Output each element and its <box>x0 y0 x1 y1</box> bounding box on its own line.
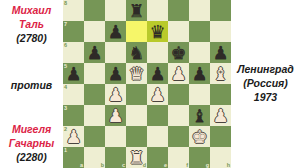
player-bottom-first-name: Мигеля <box>0 122 63 136</box>
square-g6[interactable] <box>189 42 210 63</box>
square-h6[interactable]: ♟ <box>210 42 231 63</box>
square-g7[interactable] <box>189 21 210 42</box>
square-c4[interactable]: ♟ <box>105 84 126 105</box>
square-e1[interactable]: e <box>147 147 168 168</box>
square-a5[interactable]: 5♟ <box>63 63 84 84</box>
square-a8[interactable]: 8 <box>63 0 84 21</box>
file-label-a: a <box>80 162 83 168</box>
event-city: Ленинград <box>231 62 300 76</box>
square-a6[interactable]: 6 <box>63 42 84 63</box>
black-knight: ♞ <box>126 42 147 63</box>
white-king: ♚ <box>189 126 210 147</box>
square-e5[interactable]: ♟ <box>147 63 168 84</box>
square-d8[interactable]: ♜ <box>126 0 147 21</box>
square-a1[interactable]: 1a <box>63 147 84 168</box>
square-d6[interactable]: ♞ <box>126 42 147 63</box>
square-e3[interactable] <box>147 105 168 126</box>
square-g2[interactable]: ♚ <box>189 126 210 147</box>
square-a4[interactable]: 4 <box>63 84 84 105</box>
square-f7[interactable] <box>168 21 189 42</box>
player-bottom: Мигеля Гачарны (2280) <box>0 122 63 164</box>
chess-board[interactable]: 8♜7♟♛6♟♞♚♟5♟♟♛♟♟♟♝4♟♟3♟♝♟2♟♚1abcd♜efgh <box>63 0 231 168</box>
white-pawn: ♟ <box>105 84 126 105</box>
square-h2[interactable] <box>210 126 231 147</box>
square-g8[interactable] <box>189 0 210 21</box>
player-top-rating: (2780) <box>0 31 63 45</box>
event-panel: Ленинград (Россия) 1973 <box>231 0 300 168</box>
rank-label-4: 4 <box>64 84 67 90</box>
player-bottom-rating: (2280) <box>0 150 63 164</box>
square-f8[interactable] <box>168 0 189 21</box>
black-queen: ♛ <box>147 21 168 42</box>
square-f2[interactable] <box>168 126 189 147</box>
square-b4[interactable] <box>84 84 105 105</box>
square-f6[interactable]: ♚ <box>168 42 189 63</box>
square-g5[interactable]: ♟ <box>189 63 210 84</box>
rank-label-5: 5 <box>64 63 67 69</box>
black-pawn: ♟ <box>105 21 126 42</box>
square-b8[interactable] <box>84 0 105 21</box>
rank-label-6: 6 <box>64 42 67 48</box>
player-top-first-name: Михаил <box>0 3 63 17</box>
square-h1[interactable]: h <box>210 147 231 168</box>
white-pawn: ♟ <box>105 105 126 126</box>
square-b7[interactable] <box>84 21 105 42</box>
square-g1[interactable]: g <box>189 147 210 168</box>
square-c3[interactable]: ♟ <box>105 105 126 126</box>
black-pawn: ♟ <box>105 63 126 84</box>
player-top: Михаил Таль (2780) <box>0 3 63 45</box>
file-label-f: f <box>186 162 188 168</box>
square-d3[interactable] <box>126 105 147 126</box>
event-country: (Россия) <box>231 76 300 90</box>
square-c2[interactable] <box>105 126 126 147</box>
square-f1[interactable]: f <box>168 147 189 168</box>
square-e6[interactable] <box>147 42 168 63</box>
square-c8[interactable] <box>105 0 126 21</box>
square-b5[interactable] <box>84 63 105 84</box>
square-h8[interactable] <box>210 0 231 21</box>
player-bottom-last-name: Гачарны <box>0 136 63 150</box>
file-label-c: c <box>122 162 125 168</box>
square-e7[interactable]: ♛ <box>147 21 168 42</box>
square-e2[interactable] <box>147 126 168 147</box>
file-label-b: b <box>101 162 104 168</box>
white-queen: ♛ <box>126 63 147 84</box>
square-c6[interactable] <box>105 42 126 63</box>
square-a7[interactable]: 7 <box>63 21 84 42</box>
rank-label-7: 7 <box>64 21 67 27</box>
square-h7[interactable] <box>210 21 231 42</box>
square-d5[interactable]: ♛ <box>126 63 147 84</box>
black-pawn: ♟ <box>84 42 105 63</box>
square-d4[interactable] <box>126 84 147 105</box>
square-e4[interactable]: ♟ <box>147 84 168 105</box>
square-a2[interactable]: 2♟ <box>63 126 84 147</box>
black-pawn: ♟ <box>210 42 231 63</box>
square-b6[interactable]: ♟ <box>84 42 105 63</box>
square-b2[interactable] <box>84 126 105 147</box>
black-pawn: ♟ <box>189 63 210 84</box>
event-year: 1973 <box>231 90 300 104</box>
rank-label-8: 8 <box>64 0 67 6</box>
file-label-h: h <box>227 162 230 168</box>
file-label-e: e <box>164 162 167 168</box>
file-label-g: g <box>206 162 209 168</box>
square-f3[interactable] <box>168 105 189 126</box>
players-panel: Михаил Таль (2780) против Мигеля Гачарны… <box>0 0 63 168</box>
white-pawn: ♟ <box>147 84 168 105</box>
square-a3[interactable]: 3 <box>63 105 84 126</box>
player-top-last-name: Таль <box>0 17 63 31</box>
black-bishop: ♝ <box>189 105 210 126</box>
square-h3[interactable]: ♟ <box>210 105 231 126</box>
versus-label: против <box>0 79 63 91</box>
square-c7[interactable]: ♟ <box>105 21 126 42</box>
white-bishop: ♝ <box>210 63 231 84</box>
square-b1[interactable]: b <box>84 147 105 168</box>
rank-label-1: 1 <box>64 147 67 153</box>
square-f4[interactable] <box>168 84 189 105</box>
rank-label-2: 2 <box>64 126 67 132</box>
black-pawn: ♟ <box>147 63 168 84</box>
black-rook: ♜ <box>126 0 147 21</box>
square-c5[interactable]: ♟ <box>105 63 126 84</box>
white-pawn: ♟ <box>210 105 231 126</box>
white-pawn: ♟ <box>168 63 189 84</box>
page: Михаил Таль (2780) против Мигеля Гачарны… <box>0 0 300 168</box>
square-d2[interactable] <box>126 126 147 147</box>
square-d7[interactable] <box>126 21 147 42</box>
square-c1[interactable]: c <box>105 147 126 168</box>
square-e8[interactable] <box>147 0 168 21</box>
square-g4[interactable] <box>189 84 210 105</box>
square-h4[interactable] <box>210 84 231 105</box>
file-label-d: d <box>143 162 146 168</box>
event-block: Ленинград (Россия) 1973 <box>231 62 300 104</box>
black-king: ♚ <box>168 42 189 63</box>
square-b3[interactable] <box>84 105 105 126</box>
square-h5[interactable]: ♝ <box>210 63 231 84</box>
square-f5[interactable]: ♟ <box>168 63 189 84</box>
square-g3[interactable]: ♝ <box>189 105 210 126</box>
rank-label-3: 3 <box>64 105 67 111</box>
square-d1[interactable]: d♜ <box>126 147 147 168</box>
